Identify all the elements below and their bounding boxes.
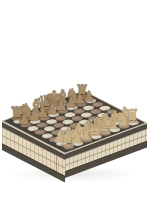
chess-set: ♜♞♝♛♚♝♞♜♟♟♟♟♟♟♟♟♟♟♟♟♟♟♟♟♜♞♝♛♚♝♞♜: [0, 0, 150, 200]
piece-black-pawn: ♟: [17, 111, 32, 127]
pieces-layer: ♜♞♝♛♚♝♞♜♟♟♟♟♟♟♟♟♟♟♟♟♟♟♟♟♜♞♝♛♚♝♞♜: [0, 0, 150, 200]
product-photo: ♜♞♝♛♚♝♞♜♟♟♟♟♟♟♟♟♟♟♟♟♟♟♟♟♜♞♝♛♚♝♞♜: [0, 0, 150, 200]
piece-white-rook: ♜: [57, 129, 76, 150]
